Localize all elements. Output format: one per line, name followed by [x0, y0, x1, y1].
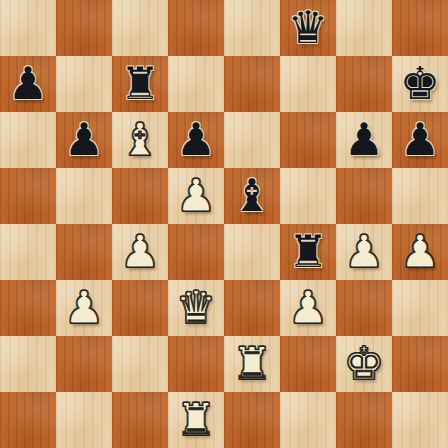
square-g3[interactable]: [336, 280, 392, 336]
square-c2[interactable]: [112, 336, 168, 392]
piece-white-rook[interactable]: ♜: [176, 392, 216, 448]
square-g4[interactable]: ♟: [336, 224, 392, 280]
square-a3[interactable]: [0, 280, 56, 336]
square-d2[interactable]: [168, 336, 224, 392]
piece-white-king[interactable]: ♚: [344, 336, 384, 392]
square-c6[interactable]: ♝: [112, 112, 168, 168]
square-a7[interactable]: ♟: [0, 56, 56, 112]
chess-board: ♛♟♜♚♟♝♟♟♟♟♝♟♜♟♟♟♛♟♜♚♜: [0, 0, 448, 448]
piece-black-pawn[interactable]: ♟: [64, 112, 104, 168]
square-a6[interactable]: [0, 112, 56, 168]
square-d4[interactable]: [168, 224, 224, 280]
square-d8[interactable]: [168, 0, 224, 56]
piece-white-pawn[interactable]: ♟: [120, 224, 160, 280]
square-c7[interactable]: ♜: [112, 56, 168, 112]
piece-black-king[interactable]: ♚: [400, 56, 440, 112]
square-c8[interactable]: [112, 0, 168, 56]
square-d6[interactable]: ♟: [168, 112, 224, 168]
square-a8[interactable]: [0, 0, 56, 56]
square-b2[interactable]: [56, 336, 112, 392]
square-f2[interactable]: [280, 336, 336, 392]
piece-white-pawn[interactable]: ♟: [400, 224, 440, 280]
square-g7[interactable]: [336, 56, 392, 112]
square-c4[interactable]: ♟: [112, 224, 168, 280]
square-g5[interactable]: [336, 168, 392, 224]
square-a1[interactable]: [0, 392, 56, 448]
square-a5[interactable]: [0, 168, 56, 224]
piece-black-queen[interactable]: ♛: [288, 0, 328, 56]
square-f3[interactable]: ♟: [280, 280, 336, 336]
square-c5[interactable]: [112, 168, 168, 224]
piece-black-pawn[interactable]: ♟: [8, 56, 48, 112]
square-b4[interactable]: [56, 224, 112, 280]
square-e7[interactable]: [224, 56, 280, 112]
square-b8[interactable]: [56, 0, 112, 56]
square-h3[interactable]: [392, 280, 448, 336]
square-g1[interactable]: [336, 392, 392, 448]
square-e5[interactable]: ♝: [224, 168, 280, 224]
square-e1[interactable]: [224, 392, 280, 448]
square-e8[interactable]: [224, 0, 280, 56]
piece-black-pawn[interactable]: ♟: [400, 112, 440, 168]
square-e6[interactable]: [224, 112, 280, 168]
square-h7[interactable]: ♚: [392, 56, 448, 112]
piece-black-pawn[interactable]: ♟: [176, 112, 216, 168]
square-d3[interactable]: ♛: [168, 280, 224, 336]
square-h6[interactable]: ♟: [392, 112, 448, 168]
square-f4[interactable]: ♜: [280, 224, 336, 280]
square-b3[interactable]: ♟: [56, 280, 112, 336]
square-f7[interactable]: [280, 56, 336, 112]
piece-white-pawn[interactable]: ♟: [64, 280, 104, 336]
square-h5[interactable]: [392, 168, 448, 224]
square-h1[interactable]: [392, 392, 448, 448]
square-a2[interactable]: [0, 336, 56, 392]
piece-black-rook[interactable]: ♜: [288, 224, 328, 280]
square-f1[interactable]: [280, 392, 336, 448]
square-f5[interactable]: [280, 168, 336, 224]
square-e4[interactable]: [224, 224, 280, 280]
square-g8[interactable]: [336, 0, 392, 56]
square-d7[interactable]: [168, 56, 224, 112]
square-e3[interactable]: [224, 280, 280, 336]
square-a4[interactable]: [0, 224, 56, 280]
square-h8[interactable]: [392, 0, 448, 56]
square-b1[interactable]: [56, 392, 112, 448]
square-g6[interactable]: ♟: [336, 112, 392, 168]
square-c3[interactable]: [112, 280, 168, 336]
square-g2[interactable]: ♚: [336, 336, 392, 392]
piece-black-bishop[interactable]: ♝: [232, 168, 272, 224]
square-d1[interactable]: ♜: [168, 392, 224, 448]
square-h2[interactable]: [392, 336, 448, 392]
square-e2[interactable]: ♜: [224, 336, 280, 392]
piece-black-pawn[interactable]: ♟: [344, 112, 384, 168]
piece-white-pawn[interactable]: ♟: [176, 168, 216, 224]
piece-white-pawn[interactable]: ♟: [344, 224, 384, 280]
piece-white-pawn[interactable]: ♟: [288, 280, 328, 336]
piece-black-rook[interactable]: ♜: [120, 56, 160, 112]
square-f6[interactable]: [280, 112, 336, 168]
square-c1[interactable]: [112, 392, 168, 448]
square-b7[interactable]: [56, 56, 112, 112]
square-f8[interactable]: ♛: [280, 0, 336, 56]
square-d5[interactable]: ♟: [168, 168, 224, 224]
square-b5[interactable]: [56, 168, 112, 224]
piece-white-bishop[interactable]: ♝: [120, 112, 160, 168]
piece-white-rook[interactable]: ♜: [232, 336, 272, 392]
square-b6[interactable]: ♟: [56, 112, 112, 168]
square-h4[interactable]: ♟: [392, 224, 448, 280]
piece-white-queen[interactable]: ♛: [176, 280, 216, 336]
